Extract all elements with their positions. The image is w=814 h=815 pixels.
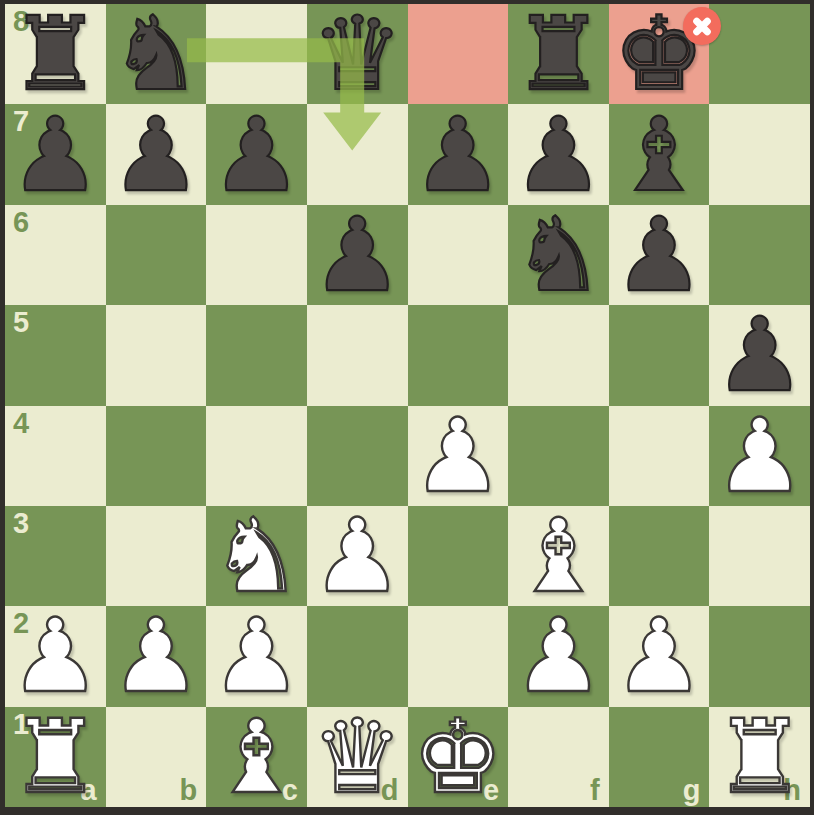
- square-g6[interactable]: ♟: [609, 205, 710, 305]
- square-f5[interactable]: [508, 305, 609, 405]
- rank-label-3: 3: [13, 509, 29, 538]
- square-b2[interactable]: ♟: [106, 606, 207, 706]
- black-pawn-d6[interactable]: ♟: [307, 205, 408, 305]
- square-c6[interactable]: [206, 205, 307, 305]
- square-d2[interactable]: [307, 606, 408, 706]
- page-background: 8♜♞♛♜♚7♟♟♟♟♟♝6♟♞♟5♟4♟♟3♞♟♝2♟♟♟♟♟1a♜bc♝d♛…: [0, 0, 814, 815]
- white-bishop-c1[interactable]: ♝: [206, 707, 307, 807]
- square-e8[interactable]: [408, 4, 509, 104]
- black-pawn-g6[interactable]: ♟: [609, 205, 710, 305]
- file-label-b: b: [180, 776, 198, 805]
- square-f4[interactable]: [508, 406, 609, 506]
- square-b3[interactable]: [106, 506, 207, 606]
- black-pawn-f7[interactable]: ♟: [508, 104, 609, 204]
- white-pawn-a2[interactable]: ♟: [5, 606, 106, 706]
- square-e5[interactable]: [408, 305, 509, 405]
- square-c7[interactable]: ♟: [206, 104, 307, 204]
- white-bishop-f3[interactable]: ♝: [508, 506, 609, 606]
- chess-board: 8♜♞♛♜♚7♟♟♟♟♟♝6♟♞♟5♟4♟♟3♞♟♝2♟♟♟♟♟1a♜bc♝d♛…: [5, 4, 810, 807]
- square-f8[interactable]: ♜: [508, 4, 609, 104]
- black-pawn-a7[interactable]: ♟: [5, 104, 106, 204]
- black-pawn-b7[interactable]: ♟: [106, 104, 207, 204]
- square-b6[interactable]: [106, 205, 207, 305]
- square-d3[interactable]: ♟: [307, 506, 408, 606]
- black-bishop-g7[interactable]: ♝: [609, 104, 710, 204]
- black-knight-f6[interactable]: ♞: [508, 205, 609, 305]
- square-d4[interactable]: [307, 406, 408, 506]
- square-h6[interactable]: [709, 205, 810, 305]
- black-knight-b8[interactable]: ♞: [106, 4, 207, 104]
- file-label-f: f: [590, 776, 600, 805]
- square-f1[interactable]: f: [508, 707, 609, 807]
- square-f2[interactable]: ♟: [508, 606, 609, 706]
- square-b7[interactable]: ♟: [106, 104, 207, 204]
- square-b8[interactable]: ♞: [106, 4, 207, 104]
- white-pawn-c2[interactable]: ♟: [206, 606, 307, 706]
- white-king-e1[interactable]: ♚: [408, 707, 509, 807]
- square-f7[interactable]: ♟: [508, 104, 609, 204]
- square-a7[interactable]: 7♟: [5, 104, 106, 204]
- square-h5[interactable]: ♟: [709, 305, 810, 405]
- square-a1[interactable]: 1a♜: [5, 707, 106, 807]
- square-a5[interactable]: 5: [5, 305, 106, 405]
- square-a3[interactable]: 3: [5, 506, 106, 606]
- square-c2[interactable]: ♟: [206, 606, 307, 706]
- square-a4[interactable]: 4: [5, 406, 106, 506]
- square-c1[interactable]: c♝: [206, 707, 307, 807]
- square-b4[interactable]: [106, 406, 207, 506]
- white-pawn-b2[interactable]: ♟: [106, 606, 207, 706]
- square-d1[interactable]: d♛: [307, 707, 408, 807]
- white-pawn-d3[interactable]: ♟: [307, 506, 408, 606]
- square-g4[interactable]: [609, 406, 710, 506]
- square-a2[interactable]: 2♟: [5, 606, 106, 706]
- square-b1[interactable]: b: [106, 707, 207, 807]
- rank-label-6: 6: [13, 208, 29, 237]
- square-g7[interactable]: ♝: [609, 104, 710, 204]
- black-queen-d8[interactable]: ♛: [307, 4, 408, 104]
- black-pawn-h5[interactable]: ♟: [709, 305, 810, 405]
- square-d5[interactable]: [307, 305, 408, 405]
- black-pawn-c7[interactable]: ♟: [206, 104, 307, 204]
- square-c3[interactable]: ♞: [206, 506, 307, 606]
- white-pawn-e4[interactable]: ♟: [408, 406, 509, 506]
- rank-label-5: 5: [13, 308, 29, 337]
- square-h3[interactable]: [709, 506, 810, 606]
- black-rook-f8[interactable]: ♜: [508, 4, 609, 104]
- square-g2[interactable]: ♟: [609, 606, 710, 706]
- file-label-g: g: [683, 776, 701, 805]
- square-f3[interactable]: ♝: [508, 506, 609, 606]
- white-rook-a1[interactable]: ♜: [5, 707, 106, 807]
- square-e1[interactable]: e♚: [408, 707, 509, 807]
- square-e6[interactable]: [408, 205, 509, 305]
- square-g1[interactable]: g: [609, 707, 710, 807]
- square-e4[interactable]: ♟: [408, 406, 509, 506]
- white-pawn-h4[interactable]: ♟: [709, 406, 810, 506]
- rank-label-4: 4: [13, 409, 29, 438]
- square-a8[interactable]: 8♜: [5, 4, 106, 104]
- black-rook-a8[interactable]: ♜: [5, 4, 106, 104]
- white-pawn-f2[interactable]: ♟: [508, 606, 609, 706]
- square-h8[interactable]: [709, 4, 810, 104]
- square-a6[interactable]: 6: [5, 205, 106, 305]
- square-h7[interactable]: [709, 104, 810, 204]
- square-c4[interactable]: [206, 406, 307, 506]
- square-h4[interactable]: ♟: [709, 406, 810, 506]
- square-c5[interactable]: [206, 305, 307, 405]
- square-c8[interactable]: [206, 4, 307, 104]
- square-f6[interactable]: ♞: [508, 205, 609, 305]
- white-queen-d1[interactable]: ♛: [307, 707, 408, 807]
- square-e2[interactable]: [408, 606, 509, 706]
- square-e3[interactable]: [408, 506, 509, 606]
- white-pawn-g2[interactable]: ♟: [609, 606, 710, 706]
- square-d6[interactable]: ♟: [307, 205, 408, 305]
- black-pawn-e7[interactable]: ♟: [408, 104, 509, 204]
- square-h1[interactable]: h♜: [709, 707, 810, 807]
- square-e7[interactable]: ♟: [408, 104, 509, 204]
- square-h2[interactable]: [709, 606, 810, 706]
- square-g5[interactable]: [609, 305, 710, 405]
- square-d7[interactable]: [307, 104, 408, 204]
- square-g3[interactable]: [609, 506, 710, 606]
- white-knight-c3[interactable]: ♞: [206, 506, 307, 606]
- square-b5[interactable]: [106, 305, 207, 405]
- white-rook-h1[interactable]: ♜: [709, 707, 810, 807]
- square-d8[interactable]: ♛: [307, 4, 408, 104]
